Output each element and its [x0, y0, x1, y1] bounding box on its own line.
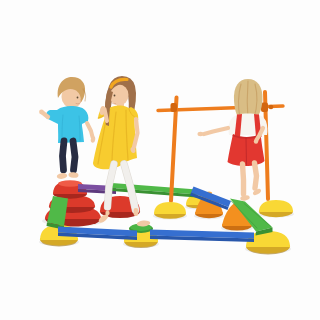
left-hand	[39, 110, 44, 115]
tshirt	[46, 106, 89, 143]
pole-base-left	[154, 202, 186, 219]
clamp-knob	[269, 105, 274, 110]
bar-gate	[158, 92, 283, 201]
child-left-toddler	[39, 77, 96, 180]
left-hand	[198, 132, 204, 136]
front-ankle	[134, 208, 139, 216]
eye	[114, 95, 116, 97]
stone-dome	[259, 200, 293, 212]
product-photo	[0, 0, 320, 320]
right-leg	[73, 141, 75, 170]
bar-clamp-left	[171, 103, 178, 112]
right-foot	[68, 172, 79, 179]
stone-dome	[154, 202, 186, 214]
right-leg	[255, 163, 257, 188]
gate-pole-left	[171, 98, 177, 202]
left-foot	[56, 172, 67, 179]
skirt-seam	[246, 138, 247, 165]
left-leg	[243, 164, 244, 194]
green-beam-long	[112, 183, 197, 198]
left-leg	[63, 141, 65, 170]
left-arm	[204, 128, 228, 134]
right-hand	[254, 139, 258, 143]
right-arm	[87, 123, 93, 137]
pole-base-right	[259, 200, 293, 217]
balance-course-scene	[0, 0, 320, 320]
eye	[77, 97, 79, 99]
child-right-girl	[198, 79, 268, 201]
